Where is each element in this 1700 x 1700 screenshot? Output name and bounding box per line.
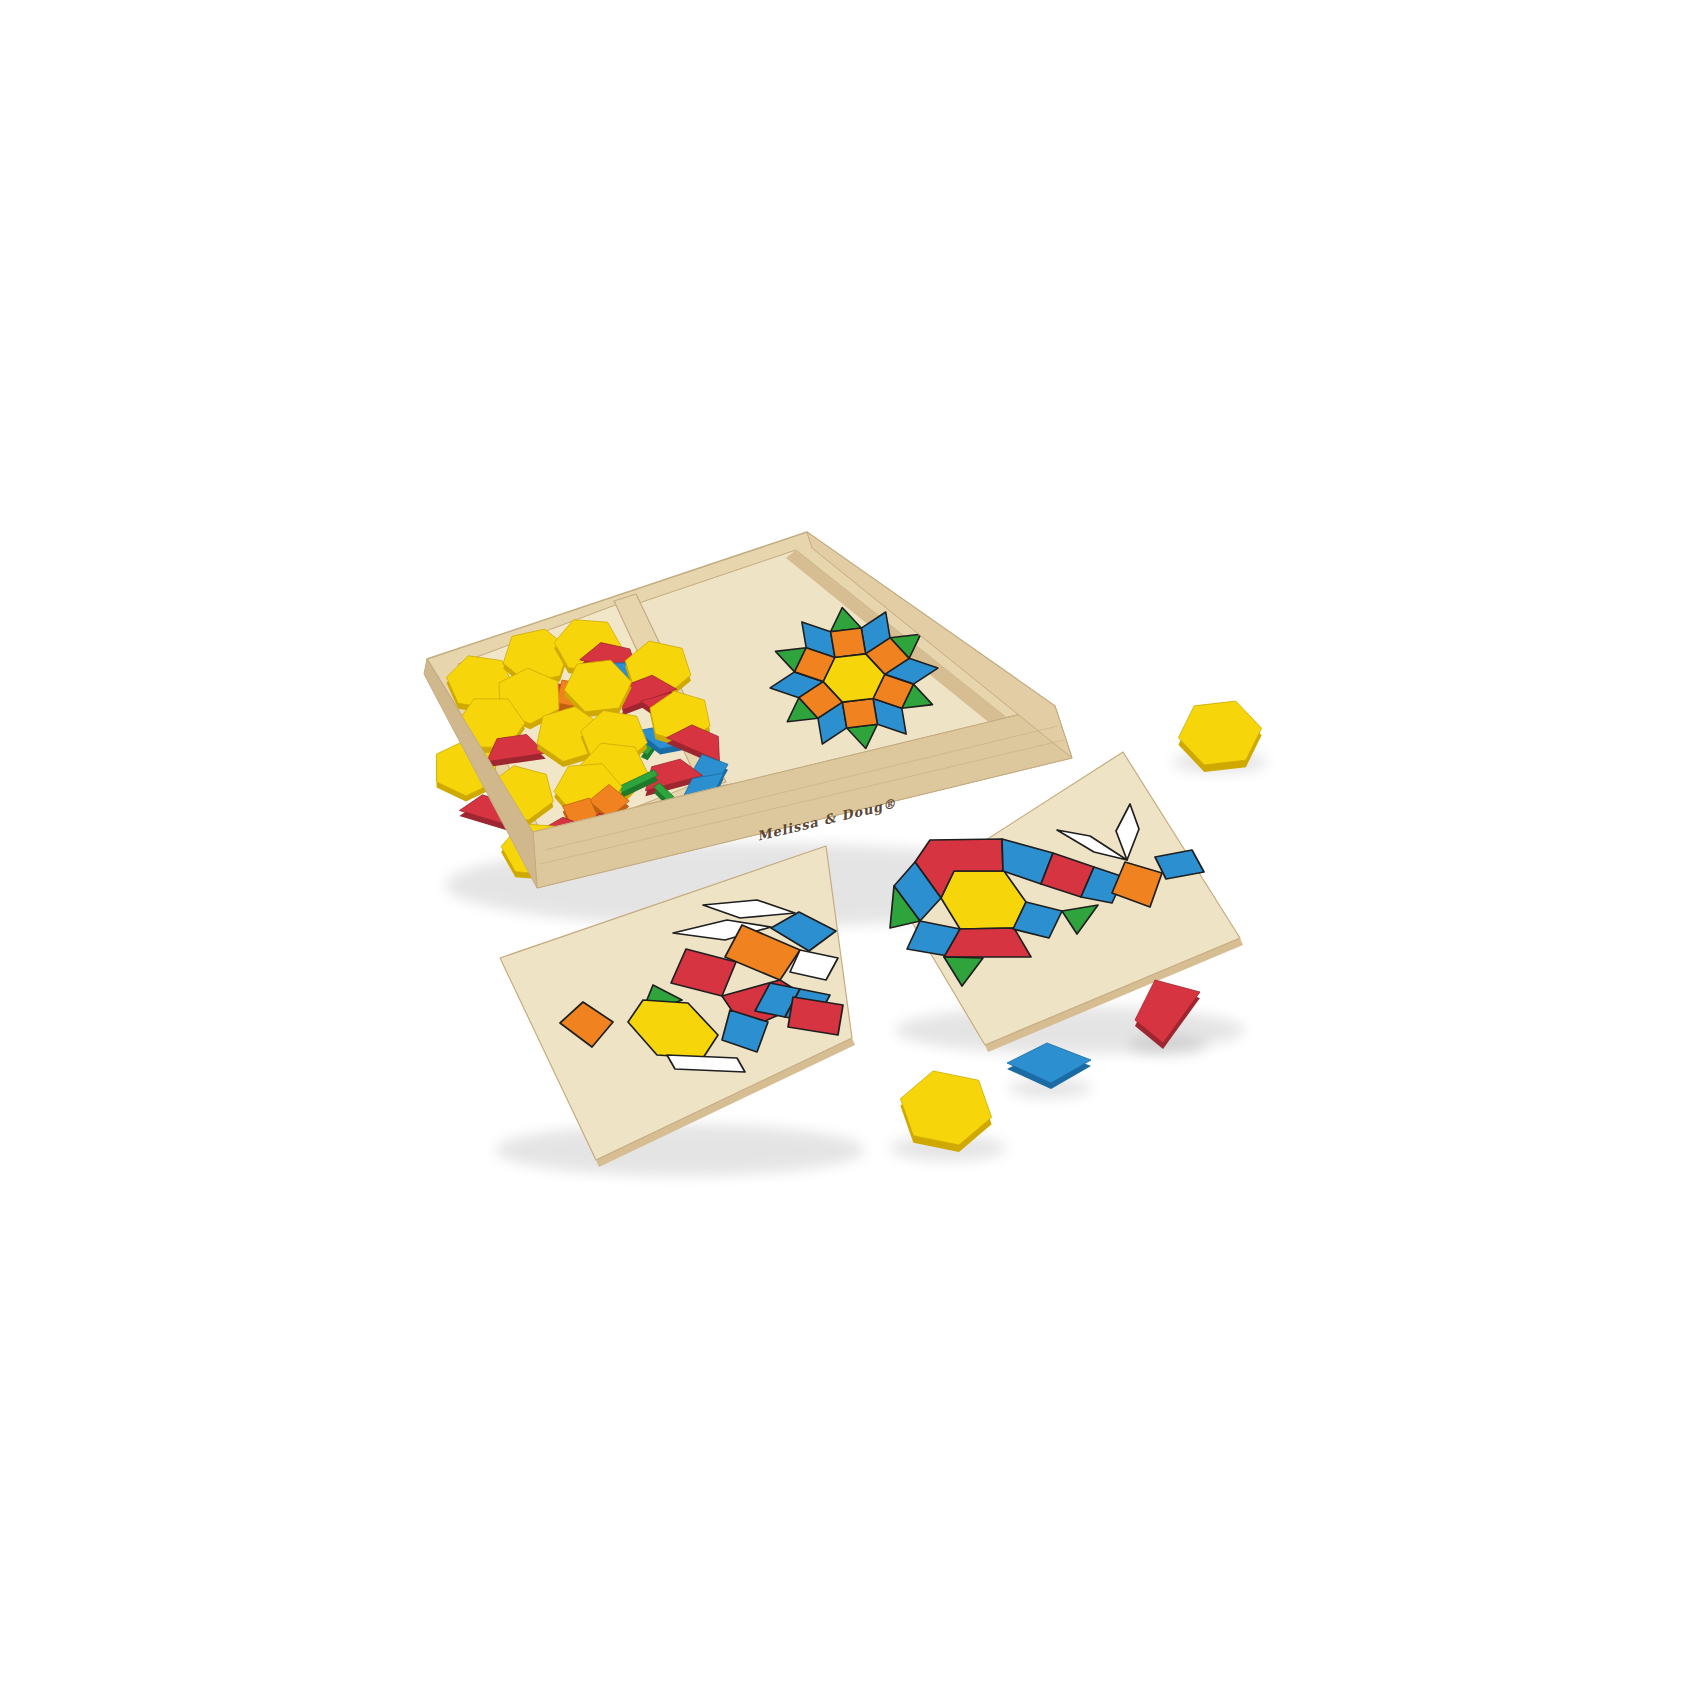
star-square-orange xyxy=(831,628,866,657)
scene-canvas: Melissa & Doug® xyxy=(0,0,1700,1700)
product-photo-pattern-blocks: Melissa & Doug® xyxy=(0,0,1700,1700)
shadow xyxy=(495,1124,865,1176)
star-square-orange xyxy=(842,699,877,728)
rabbit-board-piece-white_piece xyxy=(667,1055,745,1072)
